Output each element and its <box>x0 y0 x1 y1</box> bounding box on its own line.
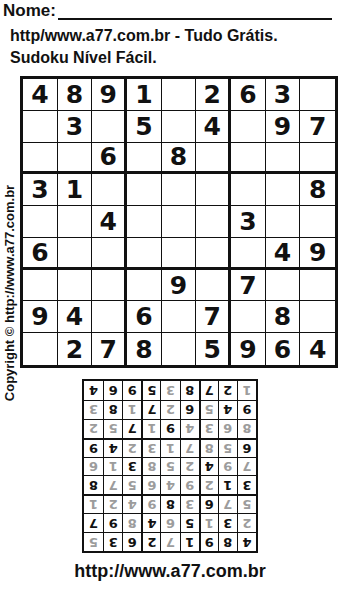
puzzle-cell-r8c7 <box>231 301 266 333</box>
puzzle-cell-r6c2 <box>58 238 93 270</box>
solution-cell-r4c9: 8 <box>84 475 103 494</box>
puzzle-cell-r1c3: 9 <box>92 79 127 111</box>
solution-cell-r4c5: 4 <box>160 475 179 494</box>
puzzle-cell-r5c2 <box>58 206 93 238</box>
solution-cell-r5c4: 2 <box>180 457 199 476</box>
solution-cell-r2c4: 5 <box>180 513 199 532</box>
puzzle-cell-r8c2: 4 <box>58 301 93 333</box>
puzzle-cell-r3c4 <box>127 143 162 175</box>
puzzle-cell-r7c1 <box>23 270 58 302</box>
solution-cell-r6c4: 7 <box>180 438 199 457</box>
puzzle-cell-r1c2: 8 <box>58 79 93 111</box>
solution-cell-r6c5: 1 <box>160 438 179 457</box>
puzzle-cell-r4c8 <box>266 174 301 206</box>
puzzle-cell-r4c7 <box>231 174 266 206</box>
solution-cell-r9c3: 7 <box>199 381 218 400</box>
solution-cell-r5c5: 5 <box>160 457 179 476</box>
solution-cell-r7c3: 3 <box>199 419 218 438</box>
puzzle-cell-r1c8: 3 <box>266 79 301 111</box>
puzzle-cell-r8c4: 6 <box>127 301 162 333</box>
solution-cell-r1c2: 8 <box>218 532 237 551</box>
puzzle-cell-r9c8: 6 <box>266 333 301 365</box>
puzzle-cell-r9c2: 2 <box>58 333 93 365</box>
puzzle-cell-r5c7: 3 <box>231 206 266 238</box>
name-field-row: Nome: <box>3 1 332 21</box>
sudoku-puzzle-grid: 489126335497683184364997946782785964 <box>20 76 338 368</box>
solution-cell-r9c1: 1 <box>237 381 256 400</box>
puzzle-cell-r2c3 <box>92 111 127 143</box>
name-blank-line <box>58 18 332 20</box>
solution-cell-r8c6: 7 <box>141 400 160 419</box>
puzzle-cell-r6c6 <box>196 238 231 270</box>
puzzle-cell-r8c9 <box>300 301 335 333</box>
solution-cell-r9c7: 9 <box>122 381 141 400</box>
solution-cell-r4c7: 5 <box>122 475 141 494</box>
puzzle-cell-r4c6 <box>196 174 231 206</box>
puzzle-cell-r4c1: 3 <box>23 174 58 206</box>
puzzle-cell-r6c5 <box>162 238 197 270</box>
puzzle-cell-r2c7 <box>231 111 266 143</box>
puzzle-cell-r7c6 <box>196 270 231 302</box>
solution-cell-r5c1: 7 <box>237 457 256 476</box>
solution-cell-r4c1: 3 <box>237 475 256 494</box>
puzzle-cell-r2c1 <box>23 111 58 143</box>
puzzle-cell-r4c2: 1 <box>58 174 93 206</box>
solution-cell-r3c4: 3 <box>180 494 199 513</box>
puzzle-cell-r3c2 <box>58 143 93 175</box>
solution-cell-r4c2: 1 <box>218 475 237 494</box>
puzzle-cell-r3c6 <box>196 143 231 175</box>
solution-cell-r1c1: 4 <box>237 532 256 551</box>
solution-cell-r9c8: 6 <box>103 381 122 400</box>
puzzle-cell-r9c4: 8 <box>127 333 162 365</box>
puzzle-cell-r7c8 <box>266 270 301 302</box>
puzzle-cell-r1c5 <box>162 79 197 111</box>
solution-cell-r9c2: 2 <box>218 381 237 400</box>
puzzle-cell-r4c5 <box>162 174 197 206</box>
solution-cell-r5c2: 9 <box>218 457 237 476</box>
solution-cell-r3c7: 4 <box>122 494 141 513</box>
solution-cell-r2c7: 8 <box>122 513 141 532</box>
solution-cell-r7c2: 6 <box>218 419 237 438</box>
solution-cell-r1c6: 2 <box>141 532 160 551</box>
puzzle-cell-r6c4 <box>127 238 162 270</box>
puzzle-cell-r5c8 <box>266 206 301 238</box>
puzzle-cell-r5c4 <box>127 206 162 238</box>
solution-cell-r5c6: 8 <box>141 457 160 476</box>
solution-cell-r6c3: 8 <box>199 438 218 457</box>
puzzle-cell-r5c9 <box>300 206 335 238</box>
solution-cell-r3c1: 5 <box>237 494 256 513</box>
solution-cell-r4c4: 9 <box>180 475 199 494</box>
puzzle-cell-r6c7 <box>231 238 266 270</box>
solution-cell-r8c3: 5 <box>199 400 218 419</box>
puzzle-cell-r6c8: 4 <box>266 238 301 270</box>
solution-cell-r8c4: 6 <box>180 400 199 419</box>
solution-cell-r8c5: 2 <box>160 400 179 419</box>
puzzle-cell-r7c3 <box>92 270 127 302</box>
solution-cell-r7c6: 1 <box>141 419 160 438</box>
puzzle-cell-r8c8: 8 <box>266 301 301 333</box>
solution-cell-r1c9: 5 <box>84 532 103 551</box>
solution-cell-r7c4: 4 <box>180 419 199 438</box>
solution-cell-r2c1: 2 <box>237 513 256 532</box>
solution-cell-r2c3: 1 <box>199 513 218 532</box>
solution-cell-r7c7: 7 <box>122 419 141 438</box>
puzzle-cell-r8c6: 7 <box>196 301 231 333</box>
solution-cell-r9c9: 4 <box>84 381 103 400</box>
puzzle-cell-r7c2 <box>58 270 93 302</box>
name-label: Nome: <box>3 1 56 21</box>
puzzle-cell-r9c9: 4 <box>300 333 335 365</box>
puzzle-cell-r1c1: 4 <box>23 79 58 111</box>
solution-cell-r1c7: 6 <box>122 532 141 551</box>
solution-cell-r6c7: 2 <box>122 438 141 457</box>
solution-cell-r3c8: 2 <box>103 494 122 513</box>
solution-cell-r9c6: 5 <box>141 381 160 400</box>
solution-cell-r3c5: 8 <box>160 494 179 513</box>
puzzle-cell-r2c4: 5 <box>127 111 162 143</box>
puzzle-cell-r9c6: 5 <box>196 333 231 365</box>
solution-cell-r1c4: 1 <box>180 532 199 551</box>
puzzle-cell-r3c1 <box>23 143 58 175</box>
puzzle-cell-r8c3 <box>92 301 127 333</box>
puzzle-cell-r2c9: 7 <box>300 111 335 143</box>
sudoku-solution-grid: 4891726352315648975763894213129465787942… <box>82 379 258 553</box>
puzzle-cell-r5c5 <box>162 206 197 238</box>
puzzle-cell-r4c9: 8 <box>300 174 335 206</box>
solution-cell-r2c9: 7 <box>84 513 103 532</box>
puzzle-cell-r2c5 <box>162 111 197 143</box>
puzzle-cell-r6c3 <box>92 238 127 270</box>
puzzle-cell-r2c6: 4 <box>196 111 231 143</box>
solution-cell-r6c2: 5 <box>218 438 237 457</box>
puzzle-cell-r9c1 <box>23 333 58 365</box>
puzzle-cell-r3c7 <box>231 143 266 175</box>
puzzle-cell-r9c7: 9 <box>231 333 266 365</box>
puzzle-cell-r4c4 <box>127 174 162 206</box>
solution-cell-r1c3: 9 <box>199 532 218 551</box>
solution-cell-r7c1: 8 <box>237 419 256 438</box>
puzzle-cell-r3c8 <box>266 143 301 175</box>
solution-cell-r8c2: 4 <box>218 400 237 419</box>
puzzle-cell-r5c6 <box>196 206 231 238</box>
puzzle-cell-r5c3: 4 <box>92 206 127 238</box>
solution-cell-r4c6: 6 <box>141 475 160 494</box>
solution-cell-r5c3: 4 <box>199 457 218 476</box>
puzzle-cell-r3c5: 8 <box>162 143 197 175</box>
solution-cell-r4c3: 2 <box>199 475 218 494</box>
puzzle-level-title: Sudoku Nível Fácil. <box>10 49 157 67</box>
puzzle-cell-r3c3: 6 <box>92 143 127 175</box>
puzzle-cell-r1c6: 2 <box>196 79 231 111</box>
puzzle-cell-r5c1 <box>23 206 58 238</box>
solution-cell-r9c5: 3 <box>160 381 179 400</box>
puzzle-cell-r7c7: 7 <box>231 270 266 302</box>
puzzle-cell-r9c3: 7 <box>92 333 127 365</box>
solution-cell-r5c9: 6 <box>84 457 103 476</box>
footer-url: http://www.a77.com.br <box>0 561 340 582</box>
solution-cell-r6c1: 6 <box>237 438 256 457</box>
solution-cell-r5c7: 3 <box>122 457 141 476</box>
puzzle-cell-r2c2: 3 <box>58 111 93 143</box>
solution-cell-r1c8: 3 <box>103 532 122 551</box>
puzzle-cell-r1c4: 1 <box>127 79 162 111</box>
puzzle-cell-r6c1: 6 <box>23 238 58 270</box>
solution-cell-r8c1: 9 <box>237 400 256 419</box>
solution-cell-r3c3: 6 <box>199 494 218 513</box>
puzzle-cell-r6c9: 9 <box>300 238 335 270</box>
puzzle-cell-r3c9 <box>300 143 335 175</box>
solution-cell-r8c7: 1 <box>122 400 141 419</box>
solution-cell-r5c8: 1 <box>103 457 122 476</box>
solution-cell-r3c9: 1 <box>84 494 103 513</box>
puzzle-cell-r7c5: 9 <box>162 270 197 302</box>
solution-cell-r3c2: 7 <box>218 494 237 513</box>
solution-cell-r1c5: 7 <box>160 532 179 551</box>
solution-cell-r6c6: 3 <box>141 438 160 457</box>
puzzle-cell-r8c5 <box>162 301 197 333</box>
solution-cell-r6c9: 9 <box>84 438 103 457</box>
solution-cell-r2c6: 4 <box>141 513 160 532</box>
solution-cell-r8c9: 3 <box>84 400 103 419</box>
solution-cell-r9c4: 8 <box>180 381 199 400</box>
solution-cell-r4c8: 7 <box>103 475 122 494</box>
puzzle-cell-r1c7: 6 <box>231 79 266 111</box>
solution-cell-r2c2: 3 <box>218 513 237 532</box>
solution-cell-r3c6: 9 <box>141 494 160 513</box>
solution-cell-r7c9: 2 <box>84 419 103 438</box>
solution-cell-r2c5: 6 <box>160 513 179 532</box>
site-header: http/www.a77.com.br - Tudo Grátis. <box>10 27 278 45</box>
puzzle-cell-r4c3 <box>92 174 127 206</box>
puzzle-cell-r7c9 <box>300 270 335 302</box>
puzzle-cell-r1c9 <box>300 79 335 111</box>
puzzle-cell-r9c5 <box>162 333 197 365</box>
puzzle-cell-r2c8: 9 <box>266 111 301 143</box>
copyright-vertical-text: Copyright © http://www.a77.com.br <box>2 153 18 433</box>
solution-cell-r6c8: 4 <box>103 438 122 457</box>
solution-cell-r7c5: 9 <box>160 419 179 438</box>
puzzle-cell-r8c1: 9 <box>23 301 58 333</box>
puzzle-cell-r7c4 <box>127 270 162 302</box>
solution-cell-r8c8: 8 <box>103 400 122 419</box>
solution-cell-r7c8: 5 <box>103 419 122 438</box>
solution-cell-r2c8: 9 <box>103 513 122 532</box>
